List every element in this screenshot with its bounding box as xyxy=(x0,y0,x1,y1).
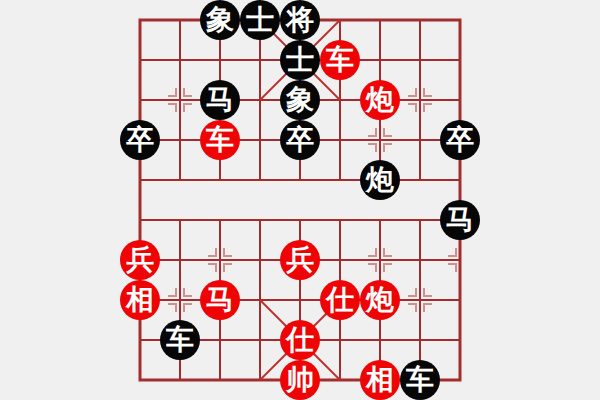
piece-black-chariot[interactable]: 车 xyxy=(160,320,200,360)
piece-black-cannon[interactable]: 炮 xyxy=(360,160,400,200)
piece-black-general[interactable]: 将 xyxy=(280,0,320,40)
piece-red-soldier[interactable]: 兵 xyxy=(120,240,160,280)
piece-red-elephant[interactable]: 相 xyxy=(360,360,400,400)
piece-red-advisor[interactable]: 仕 xyxy=(280,320,320,360)
piece-black-advisor[interactable]: 士 xyxy=(240,0,280,40)
xiangqi-screenshot: 象士将士车马象炮卒车卒卒炮马兵兵相马仕炮车仕帅相车 xyxy=(0,0,600,400)
piece-red-horse[interactable]: 马 xyxy=(200,280,240,320)
piece-black-horse[interactable]: 马 xyxy=(200,80,240,120)
xiangqi-board[interactable]: 象士将士车马象炮卒车卒卒炮马兵兵相马仕炮车仕帅相车 xyxy=(120,0,480,400)
piece-red-chariot[interactable]: 车 xyxy=(200,120,240,160)
piece-black-chariot[interactable]: 车 xyxy=(400,360,440,400)
piece-red-advisor[interactable]: 仕 xyxy=(320,280,360,320)
piece-red-elephant[interactable]: 相 xyxy=(120,280,160,320)
piece-red-general[interactable]: 帅 xyxy=(280,360,320,400)
piece-black-soldier[interactable]: 卒 xyxy=(280,120,320,160)
piece-black-elephant[interactable]: 象 xyxy=(200,0,240,40)
piece-black-advisor[interactable]: 士 xyxy=(280,40,320,80)
piece-red-cannon[interactable]: 炮 xyxy=(360,280,400,320)
piece-red-soldier[interactable]: 兵 xyxy=(280,240,320,280)
piece-red-cannon[interactable]: 炮 xyxy=(360,80,400,120)
piece-black-elephant[interactable]: 象 xyxy=(280,80,320,120)
piece-black-soldier[interactable]: 卒 xyxy=(120,120,160,160)
piece-red-chariot[interactable]: 车 xyxy=(320,40,360,80)
piece-black-horse[interactable]: 马 xyxy=(440,200,480,240)
piece-black-soldier[interactable]: 卒 xyxy=(440,120,480,160)
